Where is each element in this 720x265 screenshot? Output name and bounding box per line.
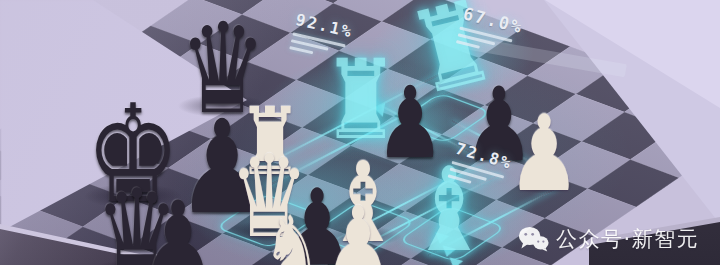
board-square: [120, 121, 211, 168]
watermark: 公众号·新智元: [518, 225, 699, 253]
board-square: [320, 241, 411, 265]
board-square: [333, 0, 424, 21]
board-square: [168, 139, 259, 186]
square-highlight-ring: [310, 200, 417, 255]
board-square: [217, 157, 308, 204]
board-square: [157, 44, 248, 91]
board-square: [193, 0, 284, 15]
board-square: [108, 26, 199, 73]
board-square: [442, 105, 533, 152]
analysis-annotation: 92.1%: [289, 10, 355, 62]
board-side-face-right: [0, 0, 720, 265]
move-path-line: [266, 87, 458, 188]
board-square: [502, 218, 593, 265]
watermark-text: 公众号·新智元: [556, 225, 699, 253]
piece-shadow: [515, 179, 574, 194]
board-square: [205, 62, 296, 109]
hologram-chess-piece-cyan-bishop: ♝: [408, 152, 489, 265]
chess-piece-white-pawn: ♟: [323, 193, 392, 265]
win-probability-label: 72.8%: [453, 139, 514, 173]
board-square: [351, 116, 442, 163]
board-square: [174, 186, 265, 233]
chess-piece-white-rook: ♜: [237, 96, 302, 189]
hologram-chess-piece-cyan-rook: ♜: [323, 45, 400, 155]
background-upper-left: [0, 0, 720, 265]
piece-shadow: [186, 198, 258, 216]
board-square: [0, 256, 89, 265]
board-edge-highlight-left: [0, 0, 720, 265]
board-square: [539, 141, 630, 188]
board-square: [254, 80, 345, 127]
piece-shadow: [93, 259, 180, 265]
square-highlight-ring: [397, 206, 506, 263]
hologram-arrow: [440, 245, 456, 258]
board-square: [630, 130, 720, 177]
board-square: [382, 0, 473, 40]
move-path-line: [428, 187, 558, 256]
label-underline-bar: [456, 40, 480, 49]
board-square: [71, 103, 162, 150]
board-square: [0, 114, 71, 161]
board-square: [83, 197, 174, 244]
board-square: [339, 21, 430, 68]
win-probability-label: 67.0%: [461, 3, 525, 37]
board-square: [89, 245, 180, 265]
chess-piece-black-queen: ♛: [95, 174, 179, 265]
piece-shadow: [84, 184, 183, 209]
board-square: [0, 238, 40, 265]
board-square: [496, 171, 587, 218]
board-square: [588, 160, 679, 207]
label-underline-bar: [450, 168, 487, 181]
hologram-glow: [362, 155, 537, 265]
board-square: [126, 168, 217, 215]
board-square: [582, 112, 673, 159]
board-square: [0, 143, 28, 190]
board-square: [28, 132, 119, 179]
piece-shadow: [240, 162, 301, 177]
board-square: [362, 211, 453, 258]
board-square: [368, 259, 459, 265]
chess-piece-black-king: ♚: [86, 87, 180, 222]
board-square: [228, 252, 319, 265]
board-square: [0, 190, 34, 237]
label-underline-bar: [291, 39, 329, 50]
hologram-arrow: [447, 257, 463, 265]
board-square: [0, 209, 83, 256]
background-right: [0, 0, 720, 265]
chess-piece-black-pawn: ♟: [375, 73, 444, 172]
move-path-line: [368, 98, 471, 153]
board-square: [545, 189, 636, 236]
chess-piece-black-pawn: ♟: [140, 187, 216, 265]
piece-shadow: [288, 253, 347, 265]
label-underline-bar: [292, 32, 345, 47]
label-underline-bar: [289, 46, 313, 54]
board-square: [131, 216, 222, 263]
move-path-line: [250, 73, 442, 174]
board-square: [527, 47, 618, 94]
square-highlight-ring: [215, 193, 322, 248]
board-square: [533, 94, 624, 141]
board-square: [248, 33, 339, 80]
board-square: [405, 182, 496, 229]
background-right-light: [0, 0, 720, 265]
square-highlight-ring: [394, 92, 492, 143]
piece-shadow: [227, 220, 311, 241]
board-square: [624, 83, 715, 130]
board-square: [399, 134, 490, 181]
board-square: [242, 0, 333, 33]
piece-shadow: [324, 226, 402, 246]
piece-shadow: [382, 145, 437, 159]
board-square: [77, 150, 168, 197]
board-square: [576, 65, 667, 112]
board-square: [151, 0, 242, 44]
board-square: [314, 193, 405, 240]
board-square: [345, 69, 436, 116]
hologram-arrow: [373, 101, 385, 117]
board-square: [485, 76, 576, 123]
board-square: [23, 84, 114, 131]
board-square: [223, 204, 314, 251]
board-square: [65, 55, 156, 102]
board-lighting-overlay: [0, 0, 720, 265]
board-square: [285, 0, 376, 3]
chess-piece-black-pawn: ♟: [280, 176, 353, 265]
chess-scene: ♜♛♜♟♟♜♟♚♟♛♝♝♟♛♞♟♟ 92.1%67.0%72.8% 公众号·新智…: [0, 0, 720, 265]
chess-piece-black-pawn: ♟: [463, 74, 534, 176]
hologram-chess-piece-cyan-rook: ♜: [400, 0, 504, 112]
board-square: [436, 58, 527, 105]
piece-shadow: [471, 149, 528, 163]
chess-piece-black-queen: ♛: [179, 6, 266, 131]
board-square: [265, 175, 356, 222]
board-square: [393, 87, 484, 134]
board-square: [211, 109, 302, 156]
board-square: [479, 28, 570, 75]
board-square: [459, 247, 550, 265]
chessboard: [0, 0, 720, 265]
piece-shadow: [177, 94, 268, 117]
board-square: [271, 222, 362, 265]
board-square: [291, 3, 382, 50]
win-probability-label: 92.1%: [294, 10, 355, 42]
hologram-glow: [185, 143, 415, 265]
board-square: [259, 128, 350, 175]
chess-piece-white-knight: ♞: [263, 205, 322, 265]
move-path-line: [452, 120, 537, 166]
label-underline-bar: [458, 33, 496, 45]
board-square: [302, 98, 393, 145]
chess-piece-white-pawn: ♟: [507, 102, 580, 207]
board-square: [180, 234, 271, 265]
board-square: [308, 146, 399, 193]
hologram-glow: [340, 88, 480, 168]
wechat-icon: [518, 226, 549, 252]
board-square: [454, 200, 545, 247]
board-square: [448, 153, 539, 200]
hologram-arrow: [433, 232, 449, 245]
depth-haze: [0, 0, 720, 265]
board-square: [388, 40, 479, 87]
board-square: [114, 73, 205, 120]
label-underline-bar: [448, 174, 472, 183]
board-square: [673, 101, 720, 148]
chess-piece-black-pawn: ♟: [177, 103, 267, 232]
hologram-panel: [462, 36, 627, 77]
hologram-glow: [266, 56, 456, 161]
move-path-line: [300, 160, 487, 259]
board-square: [40, 227, 131, 265]
board-square: [411, 229, 502, 265]
board-square: [430, 10, 521, 57]
chess-piece-white-bishop: ♝: [324, 147, 402, 258]
move-path-line: [318, 173, 501, 265]
board-side-face-left: [0, 0, 720, 265]
board-square: [357, 164, 448, 211]
board-square: [296, 51, 387, 98]
board-square: [34, 179, 125, 226]
board-square: [199, 15, 290, 62]
chess-piece-white-queen: ♛: [229, 140, 309, 254]
board-square: [0, 161, 77, 208]
hologram-glow: [370, 6, 535, 98]
board-edge-highlight-right: [0, 0, 720, 265]
analysis-annotation: 67.0%: [456, 3, 525, 58]
label-underline-bar: [459, 26, 512, 42]
board-square: [162, 91, 253, 138]
board-square: [490, 123, 581, 170]
chessboard-grid: [0, 0, 720, 265]
label-underline-bar: [451, 161, 504, 179]
analysis-annotation: 72.8%: [448, 139, 515, 193]
